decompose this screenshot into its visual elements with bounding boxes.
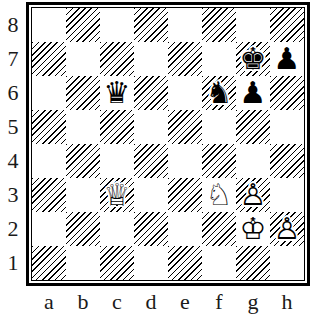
rank-label-3: 3 (0, 178, 26, 212)
piece-black-knight[interactable]: ♞♞ (202, 76, 236, 110)
square-a5[interactable] (32, 110, 66, 144)
piece-black-pawn[interactable]: ♟♟ (236, 76, 270, 110)
square-d2[interactable] (134, 212, 168, 246)
piece-glyph: ♞ (202, 76, 236, 110)
rank-label-4: 4 (0, 144, 26, 178)
square-b2[interactable] (66, 212, 100, 246)
square-f7[interactable] (202, 42, 236, 76)
square-a7[interactable] (32, 42, 66, 76)
square-d4[interactable] (134, 144, 168, 178)
file-label-a: a (32, 289, 66, 315)
square-g7[interactable]: ♚♚ (236, 42, 270, 76)
square-c5[interactable] (100, 110, 134, 144)
file-label-d: d (134, 289, 168, 315)
square-a6[interactable] (32, 76, 66, 110)
square-b8[interactable] (66, 8, 100, 42)
file-label-f: f (202, 289, 236, 315)
piece-glyph: ♟ (270, 42, 304, 76)
rank-label-1: 1 (0, 246, 26, 280)
square-c1[interactable] (100, 246, 134, 280)
piece-black-king[interactable]: ♚♚ (236, 42, 270, 76)
piece-glyph: ♕ (100, 178, 134, 212)
square-h8[interactable] (270, 8, 304, 42)
square-g6[interactable]: ♟♟ (236, 76, 270, 110)
file-label-c: c (100, 289, 134, 315)
square-b4[interactable] (66, 144, 100, 178)
square-h7[interactable]: ♟♟ (270, 42, 304, 76)
square-a8[interactable] (32, 8, 66, 42)
chess-board: ♚♚♟♟♛♛♞♞♟♟♛♕♞♘♟♙♚♔♟♙ (31, 7, 305, 281)
square-c3[interactable]: ♛♕ (100, 178, 134, 212)
square-f3[interactable]: ♞♘ (202, 178, 236, 212)
piece-glyph: ♛ (100, 76, 134, 110)
piece-glyph: ♚ (236, 42, 270, 76)
square-d5[interactable] (134, 110, 168, 144)
square-c6[interactable]: ♛♛ (100, 76, 134, 110)
square-a3[interactable] (32, 178, 66, 212)
square-e3[interactable] (168, 178, 202, 212)
square-h2[interactable]: ♟♙ (270, 212, 304, 246)
square-e1[interactable] (168, 246, 202, 280)
piece-white-pawn[interactable]: ♟♙ (236, 178, 270, 212)
square-e8[interactable] (168, 8, 202, 42)
square-a2[interactable] (32, 212, 66, 246)
square-g2[interactable]: ♚♔ (236, 212, 270, 246)
square-d8[interactable] (134, 8, 168, 42)
square-e7[interactable] (168, 42, 202, 76)
piece-white-king[interactable]: ♚♔ (236, 212, 270, 246)
square-h5[interactable] (270, 110, 304, 144)
file-labels: abcdefgh (32, 289, 318, 315)
square-b1[interactable] (66, 246, 100, 280)
board-frame: ♚♚♟♟♛♛♞♞♟♟♛♕♞♘♟♙♚♔♟♙ (26, 2, 310, 286)
square-e6[interactable] (168, 76, 202, 110)
square-h3[interactable] (270, 178, 304, 212)
square-f8[interactable] (202, 8, 236, 42)
square-f5[interactable] (202, 110, 236, 144)
piece-black-pawn[interactable]: ♟♟ (270, 42, 304, 76)
piece-glyph: ♙ (270, 212, 304, 246)
file-label-h: h (270, 289, 304, 315)
square-e2[interactable] (168, 212, 202, 246)
square-g1[interactable] (236, 246, 270, 280)
square-b6[interactable] (66, 76, 100, 110)
square-c4[interactable] (100, 144, 134, 178)
rank-label-8: 8 (0, 8, 26, 42)
square-h1[interactable] (270, 246, 304, 280)
file-label-b: b (66, 289, 100, 315)
square-d3[interactable] (134, 178, 168, 212)
square-e5[interactable] (168, 110, 202, 144)
piece-glyph: ♟ (236, 76, 270, 110)
square-d1[interactable] (134, 246, 168, 280)
square-c8[interactable] (100, 8, 134, 42)
rank-label-2: 2 (0, 212, 26, 246)
square-f6[interactable]: ♞♞ (202, 76, 236, 110)
piece-glyph: ♔ (236, 212, 270, 246)
square-g4[interactable] (236, 144, 270, 178)
square-b5[interactable] (66, 110, 100, 144)
file-label-e: e (168, 289, 202, 315)
square-c7[interactable] (100, 42, 134, 76)
square-d6[interactable] (134, 76, 168, 110)
square-c2[interactable] (100, 212, 134, 246)
board-with-rank-labels: 87654321 ♚♚♟♟♛♛♞♞♟♟♛♕♞♘♟♙♚♔♟♙ (0, 2, 318, 286)
square-d7[interactable] (134, 42, 168, 76)
square-g8[interactable] (236, 8, 270, 42)
square-f4[interactable] (202, 144, 236, 178)
square-f1[interactable] (202, 246, 236, 280)
square-b3[interactable] (66, 178, 100, 212)
piece-white-knight[interactable]: ♞♘ (202, 178, 236, 212)
square-a1[interactable] (32, 246, 66, 280)
piece-glyph: ♙ (236, 178, 270, 212)
rank-label-7: 7 (0, 42, 26, 76)
rank-label-5: 5 (0, 110, 26, 144)
square-h6[interactable] (270, 76, 304, 110)
file-label-g: g (236, 289, 270, 315)
piece-white-queen[interactable]: ♛♕ (100, 178, 134, 212)
square-b7[interactable] (66, 42, 100, 76)
piece-glyph: ♘ (202, 178, 236, 212)
square-h4[interactable] (270, 144, 304, 178)
square-f2[interactable] (202, 212, 236, 246)
chess-diagram: 87654321 ♚♚♟♟♛♛♞♞♟♟♛♕♞♘♟♙♚♔♟♙ abcdefgh (0, 0, 318, 315)
piece-black-queen[interactable]: ♛♛ (100, 76, 134, 110)
square-g5[interactable] (236, 110, 270, 144)
rank-label-6: 6 (0, 76, 26, 110)
piece-white-pawn[interactable]: ♟♙ (270, 212, 304, 246)
rank-labels: 87654321 (0, 2, 26, 280)
square-a4[interactable] (32, 144, 66, 178)
square-e4[interactable] (168, 144, 202, 178)
square-g3[interactable]: ♟♙ (236, 178, 270, 212)
